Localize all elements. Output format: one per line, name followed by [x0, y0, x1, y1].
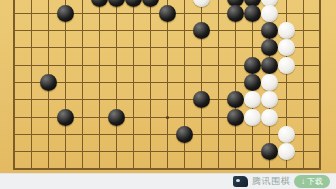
grid-vline	[167, 0, 168, 170]
download-button-label: 下载	[307, 175, 323, 188]
grid-vline	[133, 0, 134, 170]
stone-white	[261, 74, 278, 91]
grid-vline	[13, 0, 15, 170]
grid-vline	[319, 0, 321, 170]
stone-black	[57, 109, 74, 126]
stone-white	[244, 109, 261, 126]
stone-white	[278, 143, 295, 160]
download-button[interactable]: ↓ 下载	[294, 175, 330, 188]
go-app-screen: 腾讯围棋 ↓ 下载	[0, 0, 336, 189]
stone-white	[261, 91, 278, 108]
grid-vline	[31, 0, 32, 170]
app-logo-icon	[233, 176, 248, 187]
stone-black	[176, 126, 193, 143]
stone-white	[278, 57, 295, 74]
grid-vline	[99, 0, 100, 170]
stone-black	[227, 5, 244, 22]
stone-black	[227, 109, 244, 126]
stone-black	[193, 22, 210, 39]
stone-black	[261, 22, 278, 39]
app-name: 腾讯围棋	[252, 175, 290, 188]
grid-vline	[184, 0, 185, 170]
app-banner: 腾讯围棋 ↓ 下载	[0, 173, 336, 189]
stone-black	[193, 91, 210, 108]
grid-vline	[116, 0, 117, 170]
star-point	[166, 116, 169, 119]
grid-vline	[65, 0, 66, 170]
stone-white	[278, 39, 295, 56]
stone-black	[261, 39, 278, 56]
grid-vline	[218, 0, 219, 170]
stone-white	[261, 5, 278, 22]
stone-black	[57, 5, 74, 22]
download-arrow-icon: ↓	[301, 175, 305, 188]
grid-hline	[13, 168, 321, 170]
grid-vline	[303, 0, 304, 170]
grid-vline	[150, 0, 151, 170]
grid-vline	[235, 0, 236, 170]
stone-black	[244, 57, 261, 74]
stone-white	[244, 91, 261, 108]
stone-black	[125, 0, 142, 7]
go-board[interactable]	[0, 0, 336, 173]
stone-black	[244, 5, 261, 22]
grid-hline	[13, 134, 321, 135]
stone-white	[193, 0, 210, 7]
stone-white	[261, 109, 278, 126]
stone-black	[227, 91, 244, 108]
stone-black	[40, 74, 57, 91]
stone-black	[159, 5, 176, 22]
stone-black	[261, 57, 278, 74]
stone-black	[244, 74, 261, 91]
stone-white	[278, 22, 295, 39]
stone-black	[108, 0, 125, 7]
stone-black	[261, 143, 278, 160]
stone-black	[142, 0, 159, 7]
stone-white	[278, 126, 295, 143]
stone-black	[108, 109, 125, 126]
grid-vline	[82, 0, 83, 170]
stone-black	[91, 0, 108, 7]
